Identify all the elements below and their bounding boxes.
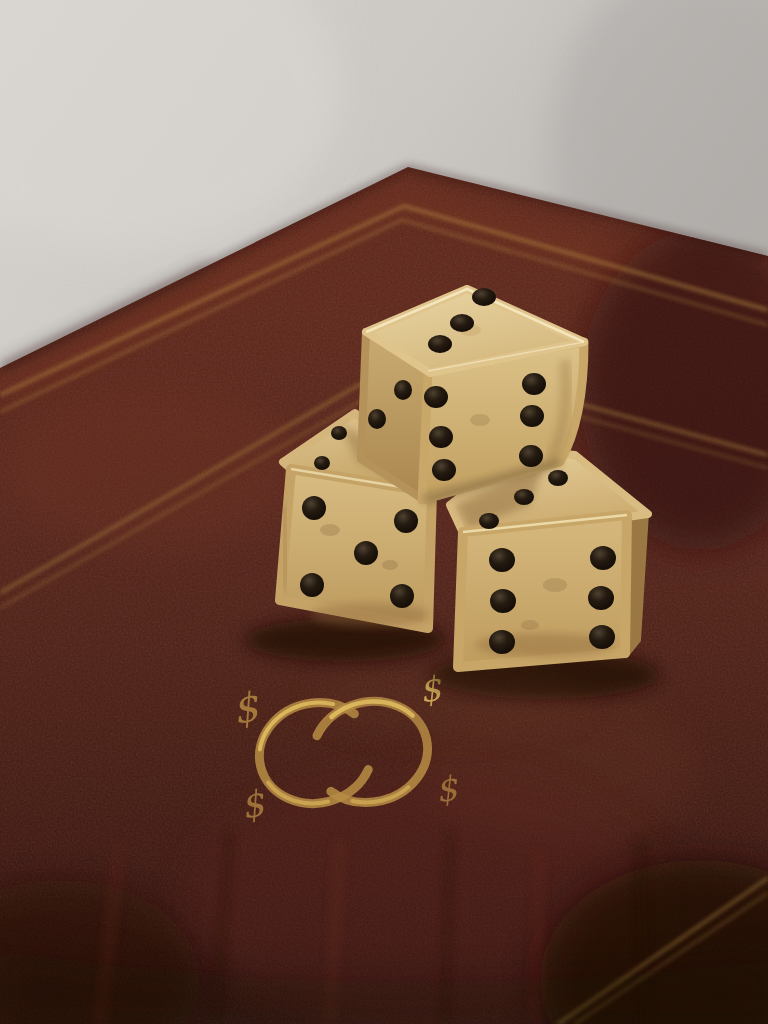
right-die-pip [590,546,616,570]
top-die-pip [522,373,546,395]
right-die-pip [479,513,499,529]
left-die-pip [314,456,330,470]
top-die-pip [394,380,412,400]
top-die-pip [520,405,544,427]
right-die-pip [489,548,515,572]
top-die-pip [424,386,448,408]
top-die-pip [519,445,543,467]
top-die-pip [428,335,452,353]
top-die-pip [368,409,386,429]
right-die-pip [548,470,568,486]
dice-reflection [310,666,590,734]
top-die-pip [472,288,496,306]
left-die-pip [302,496,326,520]
right-die-pip [589,625,615,649]
top-die-pip [450,314,474,332]
left-die-pip [300,573,324,597]
top-die-pip [429,426,453,448]
right-die-pip [588,586,614,610]
top-die-pip [432,459,456,481]
right-die-pip [490,589,516,613]
left-die-pip [331,426,347,440]
right-die-pip [489,630,515,654]
left-die-pip [390,584,414,608]
left-die-pip [354,541,378,565]
left-die-pip [394,509,418,533]
right-die-pip [514,489,534,505]
photo-scene: $ $ $ $ [0,0,768,1024]
